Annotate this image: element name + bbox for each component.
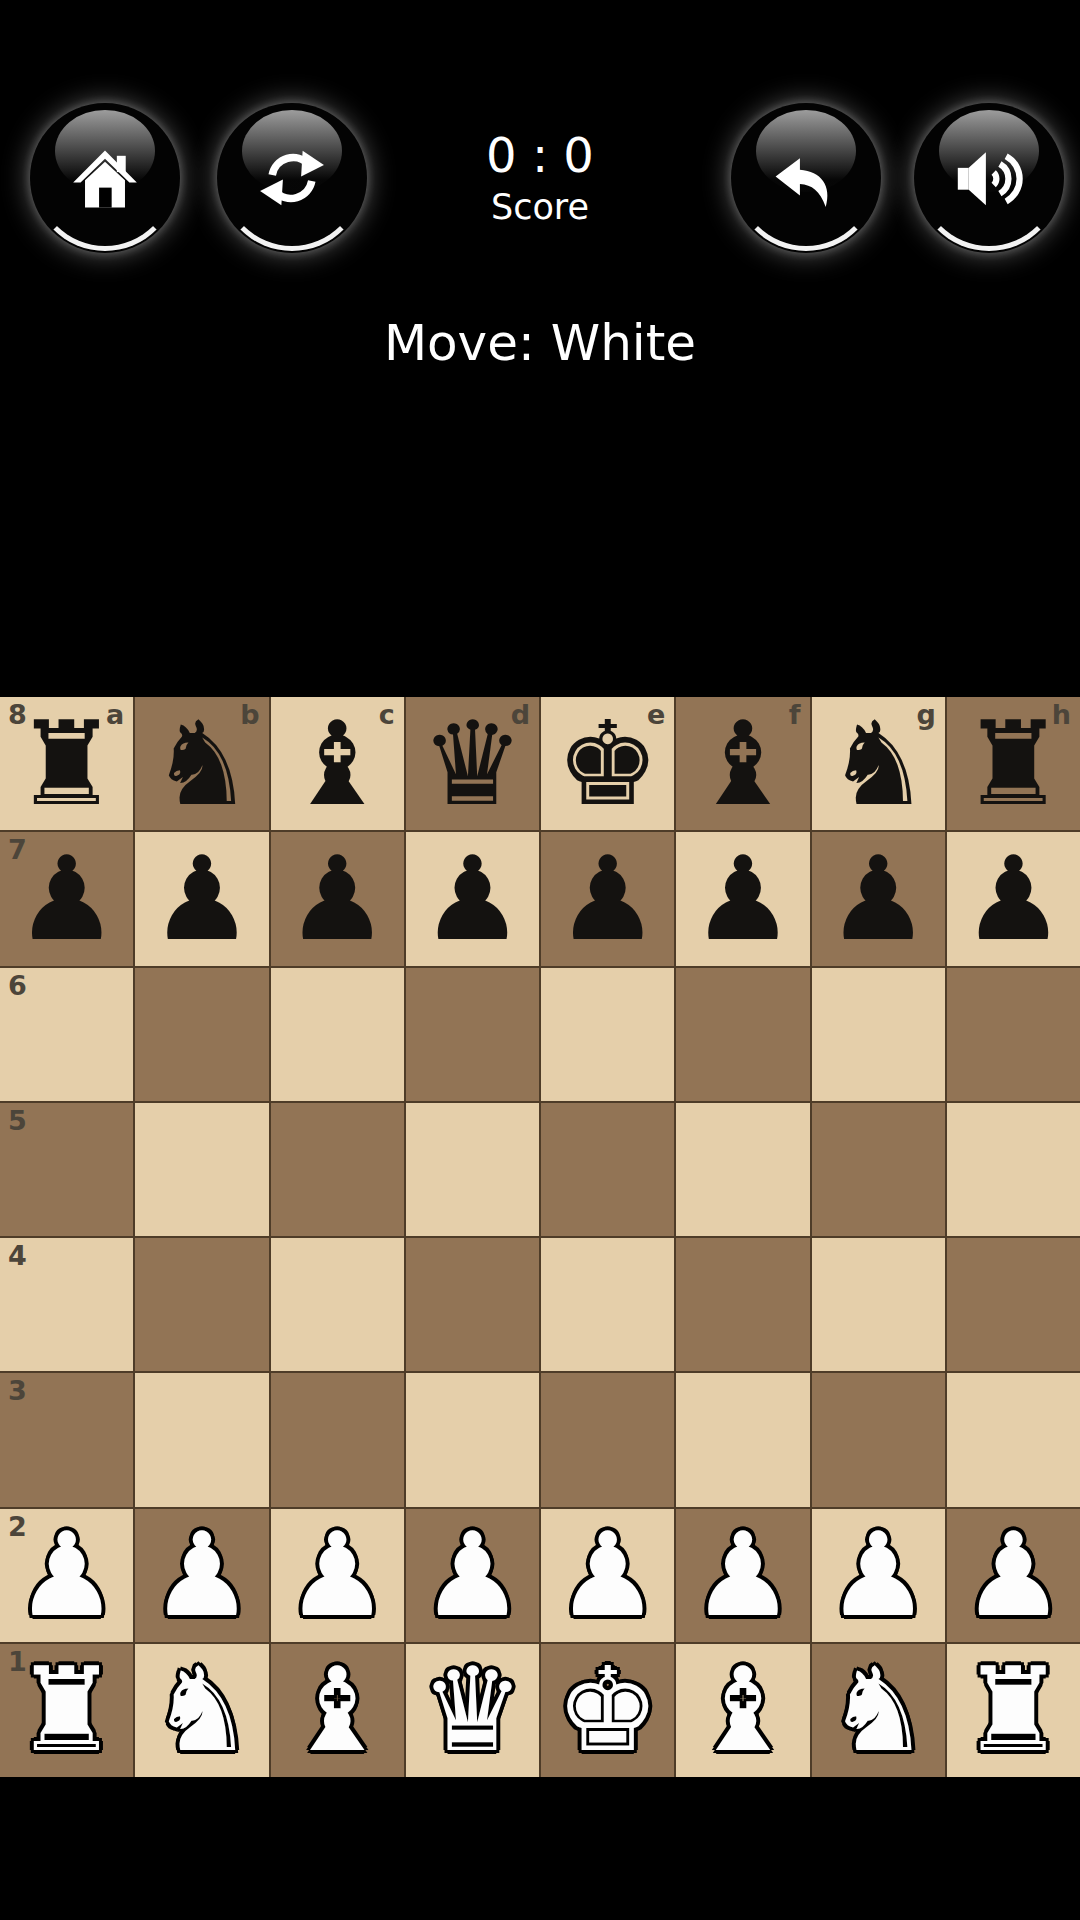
square-b4[interactable]	[135, 1238, 268, 1371]
rank-label-2: 2	[8, 1511, 27, 1542]
square-c5[interactable]	[271, 1103, 404, 1236]
square-g1[interactable]: ♞	[812, 1644, 945, 1777]
square-c2[interactable]: ♟	[271, 1509, 404, 1642]
square-g7[interactable]: ♟	[812, 832, 945, 965]
app-screen: 0 : 0 Score Move: White 8a♜b♞c♝d♛e♚f♝g♞h…	[0, 0, 1080, 1920]
square-f1[interactable]: ♝	[676, 1644, 809, 1777]
file-label-b: b	[240, 699, 259, 730]
square-f6[interactable]	[676, 968, 809, 1101]
piece-white-bishop: ♝	[285, 1652, 389, 1768]
square-c8[interactable]: c♝	[271, 697, 404, 830]
undo-icon	[768, 140, 844, 216]
square-g5[interactable]	[812, 1103, 945, 1236]
square-b8[interactable]: b♞	[135, 697, 268, 830]
square-g2[interactable]: ♟	[812, 1509, 945, 1642]
square-a5[interactable]: 5	[0, 1103, 133, 1236]
piece-white-knight: ♞	[150, 1652, 254, 1768]
chess-board: 8a♜b♞c♝d♛e♚f♝g♞h♜7♟♟♟♟♟♟♟♟65432♟♟♟♟♟♟♟♟1…	[0, 697, 1080, 1777]
piece-black-rook: ♜	[961, 706, 1065, 822]
square-b5[interactable]	[135, 1103, 268, 1236]
square-e2[interactable]: ♟	[541, 1509, 674, 1642]
square-h6[interactable]	[947, 968, 1080, 1101]
square-d8[interactable]: d♛	[406, 697, 539, 830]
square-e7[interactable]: ♟	[541, 832, 674, 965]
square-f2[interactable]: ♟	[676, 1509, 809, 1642]
piece-white-pawn: ♟	[556, 1517, 660, 1633]
piece-black-pawn: ♟	[285, 841, 389, 957]
piece-white-pawn: ♟	[15, 1517, 119, 1633]
square-a4[interactable]: 4	[0, 1238, 133, 1371]
square-b3[interactable]	[135, 1373, 268, 1506]
square-d2[interactable]: ♟	[406, 1509, 539, 1642]
file-label-c: c	[379, 699, 395, 730]
piece-white-pawn: ♟	[150, 1517, 254, 1633]
square-e1[interactable]: ♚	[541, 1644, 674, 1777]
square-h2[interactable]: ♟	[947, 1509, 1080, 1642]
square-b1[interactable]: ♞	[135, 1644, 268, 1777]
square-f5[interactable]	[676, 1103, 809, 1236]
square-d7[interactable]: ♟	[406, 832, 539, 965]
rank-label-8: 8	[8, 699, 27, 730]
undo-button[interactable]	[731, 103, 881, 253]
square-h8[interactable]: h♜	[947, 697, 1080, 830]
piece-black-pawn: ♟	[15, 841, 119, 957]
square-e3[interactable]	[541, 1373, 674, 1506]
square-c6[interactable]	[271, 968, 404, 1101]
piece-white-rook: ♜	[961, 1652, 1065, 1768]
square-c7[interactable]: ♟	[271, 832, 404, 965]
piece-black-pawn: ♟	[150, 841, 254, 957]
square-d1[interactable]: ♛	[406, 1644, 539, 1777]
rank-label-6: 6	[8, 970, 27, 1001]
piece-white-pawn: ♟	[285, 1517, 389, 1633]
file-label-g: g	[916, 699, 935, 730]
sound-button[interactable]	[914, 103, 1064, 253]
piece-black-bishop: ♝	[285, 706, 389, 822]
square-e5[interactable]	[541, 1103, 674, 1236]
square-d6[interactable]	[406, 968, 539, 1101]
square-a2[interactable]: 2♟	[0, 1509, 133, 1642]
file-label-h: h	[1052, 699, 1071, 730]
piece-white-king: ♚	[556, 1652, 660, 1768]
piece-black-rook: ♜	[15, 706, 119, 822]
square-a6[interactable]: 6	[0, 968, 133, 1101]
rank-label-1: 1	[8, 1646, 27, 1677]
square-a3[interactable]: 3	[0, 1373, 133, 1506]
rank-label-3: 3	[8, 1375, 27, 1406]
piece-black-pawn: ♟	[420, 841, 524, 957]
piece-black-king: ♚	[556, 706, 660, 822]
square-b7[interactable]: ♟	[135, 832, 268, 965]
piece-black-knight: ♞	[150, 706, 254, 822]
square-f7[interactable]: ♟	[676, 832, 809, 965]
square-h1[interactable]: ♜	[947, 1644, 1080, 1777]
piece-black-pawn: ♟	[691, 841, 795, 957]
square-c1[interactable]: ♝	[271, 1644, 404, 1777]
piece-white-pawn: ♟	[420, 1517, 524, 1633]
square-g3[interactable]	[812, 1373, 945, 1506]
piece-white-pawn: ♟	[691, 1517, 795, 1633]
square-h7[interactable]: ♟	[947, 832, 1080, 965]
square-f8[interactable]: f♝	[676, 697, 809, 830]
square-f4[interactable]	[676, 1238, 809, 1371]
move-indicator: Move: White	[0, 314, 1080, 372]
square-f3[interactable]	[676, 1373, 809, 1506]
piece-black-bishop: ♝	[691, 706, 795, 822]
piece-white-knight: ♞	[826, 1652, 930, 1768]
square-d5[interactable]	[406, 1103, 539, 1236]
square-g4[interactable]	[812, 1238, 945, 1371]
file-label-d: d	[511, 699, 530, 730]
rank-label-4: 4	[8, 1240, 27, 1271]
square-h3[interactable]	[947, 1373, 1080, 1506]
square-e6[interactable]	[541, 968, 674, 1101]
square-e4[interactable]	[541, 1238, 674, 1371]
rank-label-5: 5	[8, 1105, 27, 1136]
square-a7[interactable]: 7♟	[0, 832, 133, 965]
square-g6[interactable]	[812, 968, 945, 1101]
piece-black-pawn: ♟	[826, 841, 930, 957]
file-label-a: a	[106, 699, 124, 730]
piece-black-pawn: ♟	[556, 841, 660, 957]
square-g8[interactable]: g♞	[812, 697, 945, 830]
square-a8[interactable]: 8a♜	[0, 697, 133, 830]
piece-white-rook: ♜	[15, 1652, 119, 1768]
square-b6[interactable]	[135, 968, 268, 1101]
piece-white-pawn: ♟	[826, 1517, 930, 1633]
sound-icon	[950, 139, 1028, 217]
file-label-f: f	[789, 699, 801, 730]
rank-label-7: 7	[8, 834, 27, 865]
square-c3[interactable]	[271, 1373, 404, 1506]
square-h5[interactable]	[947, 1103, 1080, 1236]
square-a1[interactable]: 1♜	[0, 1644, 133, 1777]
piece-black-queen: ♛	[420, 706, 524, 822]
square-e8[interactable]: e♚	[541, 697, 674, 830]
piece-white-bishop: ♝	[691, 1652, 795, 1768]
square-h4[interactable]	[947, 1238, 1080, 1371]
square-b2[interactable]: ♟	[135, 1509, 268, 1642]
piece-white-pawn: ♟	[961, 1517, 1065, 1633]
square-d4[interactable]	[406, 1238, 539, 1371]
file-label-e: e	[647, 699, 665, 730]
piece-black-pawn: ♟	[961, 841, 1065, 957]
piece-white-queen: ♛	[420, 1652, 524, 1768]
square-d3[interactable]	[406, 1373, 539, 1506]
square-c4[interactable]	[271, 1238, 404, 1371]
piece-black-knight: ♞	[826, 706, 930, 822]
